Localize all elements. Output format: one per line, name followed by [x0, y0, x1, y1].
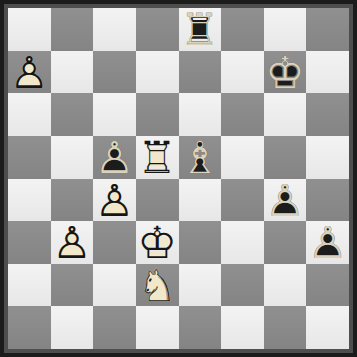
square-f1[interactable]	[221, 306, 264, 349]
square-d6[interactable]	[136, 93, 179, 136]
white-rook-outline: ♖	[137, 136, 176, 179]
square-b3[interactable]: ♟︎♙	[51, 221, 94, 264]
square-a2[interactable]	[8, 264, 51, 307]
square-g3[interactable]	[264, 221, 307, 264]
square-g4[interactable]: ♟︎♙	[264, 179, 307, 222]
square-g2[interactable]	[264, 264, 307, 307]
square-c2[interactable]	[93, 264, 136, 307]
square-f7[interactable]	[221, 51, 264, 94]
square-g7[interactable]: ♚♔	[264, 51, 307, 94]
square-b1[interactable]	[51, 306, 94, 349]
square-e2[interactable]	[179, 264, 222, 307]
square-c5[interactable]: ♟︎♙	[93, 136, 136, 179]
square-a1[interactable]	[8, 306, 51, 349]
piece-white-pawn-c4[interactable]: ♟︎♙	[93, 179, 136, 222]
piece-white-pawn-b3[interactable]: ♟︎♙	[51, 221, 94, 264]
square-g8[interactable]	[264, 8, 307, 51]
square-a5[interactable]	[8, 136, 51, 179]
square-c6[interactable]	[93, 93, 136, 136]
square-d2[interactable]: ♞♘	[136, 264, 179, 307]
chess-board-inner-frame: ♜♖♟︎♙♚♔♟︎♙♜♖♝♗♟︎♙♟︎♙♟︎♙♚♔♟︎♙♞♘	[4, 4, 353, 353]
square-b7[interactable]	[51, 51, 94, 94]
black-pawn-outline: ♙	[308, 221, 347, 264]
square-c8[interactable]	[93, 8, 136, 51]
piece-black-pawn-g4[interactable]: ♟︎♙	[264, 179, 307, 222]
square-f3[interactable]	[221, 221, 264, 264]
white-king-outline: ♔	[137, 221, 176, 264]
chess-board: ♜♖♟︎♙♚♔♟︎♙♜♖♝♗♟︎♙♟︎♙♟︎♙♚♔♟︎♙♞♘	[8, 8, 349, 349]
square-h1[interactable]	[306, 306, 349, 349]
square-a3[interactable]	[8, 221, 51, 264]
square-d1[interactable]	[136, 306, 179, 349]
square-e4[interactable]	[179, 179, 222, 222]
piece-white-king-d3[interactable]: ♚♔	[136, 221, 179, 264]
square-d8[interactable]	[136, 8, 179, 51]
square-e1[interactable]	[179, 306, 222, 349]
black-pawn-outline: ♙	[265, 179, 304, 222]
square-a7[interactable]: ♟︎♙	[8, 51, 51, 94]
square-g6[interactable]	[264, 93, 307, 136]
square-c7[interactable]	[93, 51, 136, 94]
piece-white-knight-d2[interactable]: ♞♘	[136, 264, 179, 307]
square-d4[interactable]	[136, 179, 179, 222]
square-f6[interactable]	[221, 93, 264, 136]
square-a6[interactable]	[8, 93, 51, 136]
white-knight-outline: ♘	[137, 264, 176, 307]
square-a4[interactable]	[8, 179, 51, 222]
square-h4[interactable]	[306, 179, 349, 222]
square-b4[interactable]	[51, 179, 94, 222]
piece-black-pawn-c5[interactable]: ♟︎♙	[93, 136, 136, 179]
square-a8[interactable]	[8, 8, 51, 51]
piece-white-rook-d5[interactable]: ♜♖	[136, 136, 179, 179]
square-f2[interactable]	[221, 264, 264, 307]
square-d7[interactable]	[136, 51, 179, 94]
square-f4[interactable]	[221, 179, 264, 222]
square-b6[interactable]	[51, 93, 94, 136]
piece-black-pawn-h3[interactable]: ♟︎♙	[306, 221, 349, 264]
square-f5[interactable]	[221, 136, 264, 179]
square-d5[interactable]: ♜♖	[136, 136, 179, 179]
square-f8[interactable]	[221, 8, 264, 51]
square-g5[interactable]	[264, 136, 307, 179]
piece-black-bishop-e5[interactable]: ♝♗	[179, 136, 222, 179]
piece-black-king-g7[interactable]: ♚♔	[264, 51, 307, 94]
square-e5[interactable]: ♝♗	[179, 136, 222, 179]
square-e6[interactable]	[179, 93, 222, 136]
square-h6[interactable]	[306, 93, 349, 136]
black-bishop-outline: ♗	[180, 136, 219, 179]
square-h7[interactable]	[306, 51, 349, 94]
piece-white-pawn-a7[interactable]: ♟︎♙	[8, 51, 51, 94]
square-b8[interactable]	[51, 8, 94, 51]
square-b2[interactable]	[51, 264, 94, 307]
chess-board-frame: ♜♖♟︎♙♚♔♟︎♙♜♖♝♗♟︎♙♟︎♙♟︎♙♚♔♟︎♙♞♘	[0, 0, 357, 357]
piece-black-rook-e8[interactable]: ♜♖	[179, 8, 222, 51]
square-d3[interactable]: ♚♔	[136, 221, 179, 264]
black-king-outline: ♔	[265, 51, 304, 94]
square-c1[interactable]	[93, 306, 136, 349]
black-pawn-outline: ♙	[95, 136, 134, 179]
square-e3[interactable]	[179, 221, 222, 264]
square-c3[interactable]	[93, 221, 136, 264]
square-h8[interactable]	[306, 8, 349, 51]
square-c4[interactable]: ♟︎♙	[93, 179, 136, 222]
white-pawn-outline: ♙	[95, 179, 134, 222]
black-rook-outline: ♖	[180, 8, 219, 51]
square-e8[interactable]: ♜♖	[179, 8, 222, 51]
white-pawn-outline: ♙	[10, 51, 49, 94]
square-h2[interactable]	[306, 264, 349, 307]
white-pawn-outline: ♙	[52, 221, 91, 264]
square-h3[interactable]: ♟︎♙	[306, 221, 349, 264]
square-g1[interactable]	[264, 306, 307, 349]
square-b5[interactable]	[51, 136, 94, 179]
square-e7[interactable]	[179, 51, 222, 94]
square-h5[interactable]	[306, 136, 349, 179]
